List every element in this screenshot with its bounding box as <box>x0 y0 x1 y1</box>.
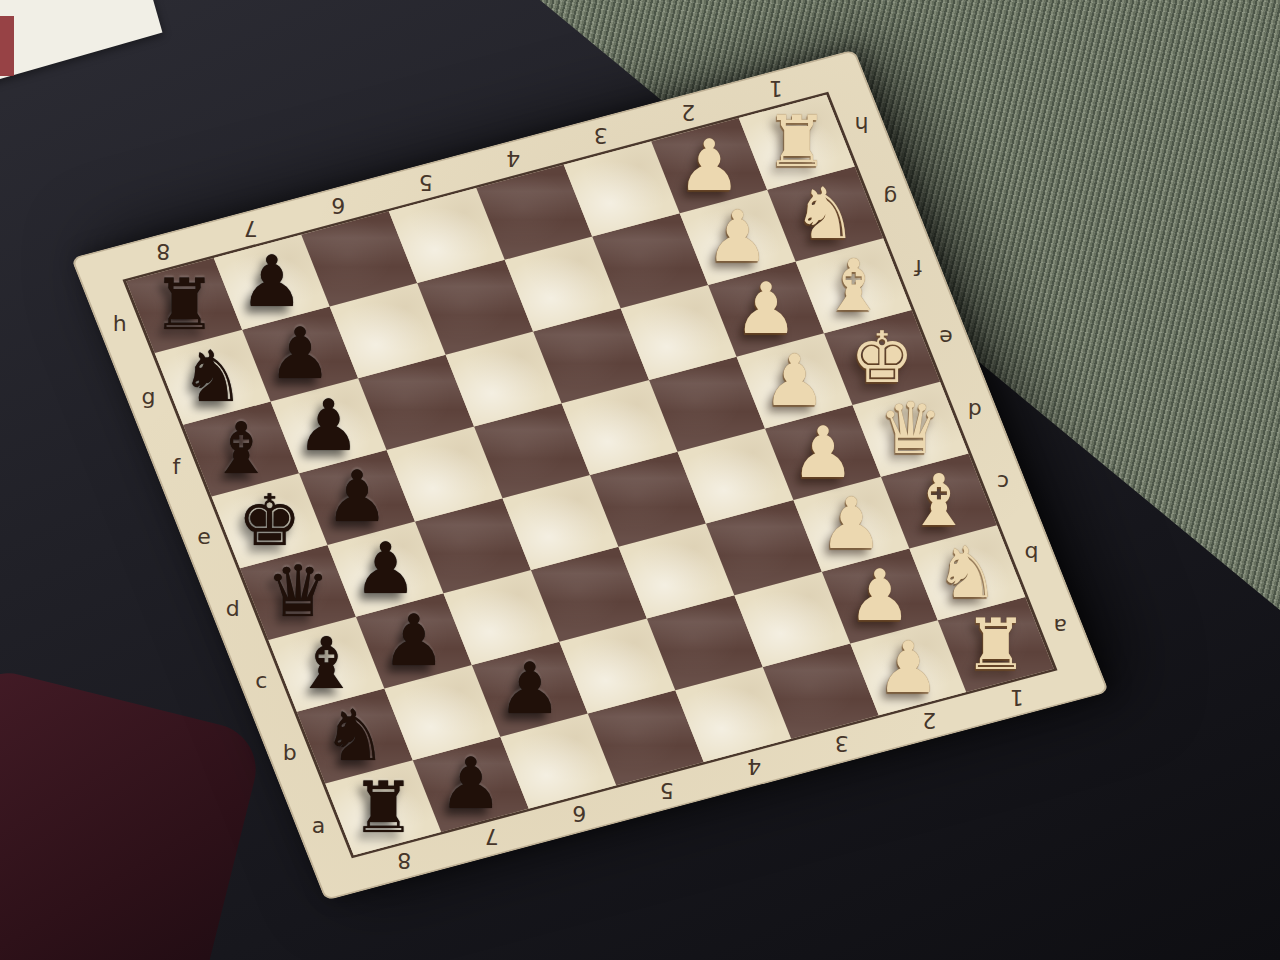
piece-black-pawn-h7: ♟ <box>226 236 318 328</box>
cloth-object <box>0 664 265 960</box>
piece-white-rook-h1: ♜ <box>751 96 843 188</box>
piece-white-pawn-h2: ♟ <box>663 120 755 212</box>
paper-scrap <box>0 0 162 88</box>
table-edge-red-strip <box>0 16 14 76</box>
square-h1: ♜ <box>739 95 855 190</box>
piece-black-rook-h8: ♜ <box>138 259 230 351</box>
